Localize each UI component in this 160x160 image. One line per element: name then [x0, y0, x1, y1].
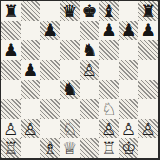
- square-h7: ♟: [138, 21, 158, 41]
- chessboard: ♜♛♚♝♜♟♟♟♟♟♞♟♙♞♘♙♙♘♙♙♙♖♗♕♖♔: [0, 0, 160, 160]
- square-f5: [99, 60, 119, 80]
- square-a8: ♜: [1, 1, 21, 21]
- square-g5: [119, 60, 139, 80]
- black-queen: ♛: [62, 1, 77, 20]
- black-pawn: ♟: [141, 21, 156, 40]
- square-h1: [138, 138, 158, 158]
- square-c4: [40, 80, 60, 100]
- square-c8: [40, 1, 60, 21]
- black-pawn: ♟: [3, 40, 18, 59]
- black-rook: ♜: [3, 1, 18, 20]
- square-e7: [80, 21, 100, 41]
- square-b7: [21, 21, 41, 41]
- square-a5: [1, 60, 21, 80]
- white-knight: ♘: [101, 99, 116, 118]
- square-e8: ♚: [80, 1, 100, 21]
- square-f6: [99, 40, 119, 60]
- white-bishop: ♗: [42, 138, 57, 157]
- black-knight: ♞: [82, 40, 97, 59]
- square-g6: [119, 40, 139, 60]
- square-e6: ♞: [80, 40, 100, 60]
- black-pawn: ♟: [101, 21, 116, 40]
- square-h3: [138, 99, 158, 119]
- square-f3: ♘: [99, 99, 119, 119]
- square-g2: ♙: [119, 119, 139, 139]
- black-pawn: ♟: [42, 21, 57, 40]
- white-pawn: ♙: [82, 60, 97, 79]
- square-d8: ♛: [60, 1, 80, 21]
- square-a2: ♙: [1, 119, 21, 139]
- square-c6: [40, 40, 60, 60]
- square-e5: ♙: [80, 60, 100, 80]
- white-rook: ♖: [101, 138, 116, 157]
- square-f1: ♖: [99, 138, 119, 158]
- square-f7: ♟: [99, 21, 119, 41]
- square-c5: [40, 60, 60, 80]
- square-h2: ♙: [138, 119, 158, 139]
- square-e4: [80, 80, 100, 100]
- square-a7: [1, 21, 21, 41]
- square-c1: ♗: [40, 138, 60, 158]
- square-b4: [21, 80, 41, 100]
- square-d7: [60, 21, 80, 41]
- white-knight: ♘: [62, 119, 77, 138]
- white-rook: ♖: [3, 138, 18, 157]
- square-d3: [60, 99, 80, 119]
- square-e2: [80, 119, 100, 139]
- square-c3: [40, 99, 60, 119]
- square-a6: ♟: [1, 40, 21, 60]
- square-d6: [60, 40, 80, 60]
- square-e3: [80, 99, 100, 119]
- square-c2: [40, 119, 60, 139]
- white-pawn: ♙: [121, 119, 136, 138]
- square-g4: [119, 80, 139, 100]
- square-b1: [21, 138, 41, 158]
- white-queen: ♕: [62, 138, 77, 157]
- square-b3: [21, 99, 41, 119]
- square-g1: ♔: [119, 138, 139, 158]
- square-b5: ♟: [21, 60, 41, 80]
- square-b8: [21, 1, 41, 21]
- square-f8: ♝: [99, 1, 119, 21]
- square-d2: ♘: [60, 119, 80, 139]
- square-g8: [119, 1, 139, 21]
- square-g3: [119, 99, 139, 119]
- square-h5: [138, 60, 158, 80]
- white-king: ♔: [121, 138, 136, 157]
- white-pawn: ♙: [3, 119, 18, 138]
- black-bishop: ♝: [101, 1, 116, 20]
- white-pawn: ♙: [101, 119, 116, 138]
- square-h8: ♜: [138, 1, 158, 21]
- square-a4: [1, 80, 21, 100]
- white-pawn: ♙: [141, 119, 156, 138]
- square-c7: ♟: [40, 21, 60, 41]
- square-e1: [80, 138, 100, 158]
- square-a1: ♖: [1, 138, 21, 158]
- square-f4: [99, 80, 119, 100]
- black-pawn: ♟: [121, 21, 136, 40]
- square-g7: ♟: [119, 21, 139, 41]
- black-knight: ♞: [62, 80, 77, 99]
- square-b2: ♙: [21, 119, 41, 139]
- square-a3: [1, 99, 21, 119]
- square-f2: ♙: [99, 119, 119, 139]
- square-d1: ♕: [60, 138, 80, 158]
- square-h4: [138, 80, 158, 100]
- black-rook: ♜: [141, 1, 156, 20]
- black-pawn: ♟: [23, 60, 38, 79]
- square-h6: [138, 40, 158, 60]
- square-b6: [21, 40, 41, 60]
- square-d5: [60, 60, 80, 80]
- black-king: ♚: [82, 1, 97, 20]
- white-pawn: ♙: [23, 119, 38, 138]
- square-d4: ♞: [60, 80, 80, 100]
